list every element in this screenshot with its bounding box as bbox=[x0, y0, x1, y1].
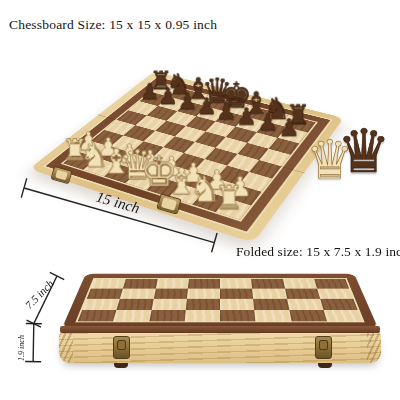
folded-square bbox=[187, 288, 220, 298]
folded-square bbox=[123, 279, 157, 289]
folded-square bbox=[188, 279, 220, 289]
folded-square bbox=[253, 299, 289, 310]
folded-square bbox=[287, 299, 324, 310]
folded-square bbox=[220, 279, 252, 289]
folded-square bbox=[323, 310, 362, 322]
folded-board-top bbox=[62, 274, 378, 328]
folded-board-side bbox=[59, 333, 381, 363]
folded-square bbox=[184, 310, 220, 322]
folded-square bbox=[220, 299, 254, 310]
folded-square bbox=[113, 310, 151, 322]
folded-square bbox=[186, 299, 220, 310]
folded-square bbox=[151, 299, 187, 310]
folded-square bbox=[117, 299, 154, 310]
board-foot bbox=[318, 363, 332, 368]
folded-square bbox=[120, 288, 155, 298]
folded-square bbox=[283, 279, 317, 289]
folded-square bbox=[87, 288, 123, 298]
chess-set-product-photo: Chessboard Size: 15 x 15 x 0.95 inch ♜♞♝… bbox=[0, 0, 400, 400]
folded-walnut-border bbox=[62, 274, 378, 328]
folded-square bbox=[317, 288, 353, 298]
folded-square bbox=[82, 299, 120, 310]
folded-square bbox=[78, 310, 117, 322]
folded-square bbox=[254, 310, 291, 322]
folded-square bbox=[153, 288, 187, 298]
folded-square bbox=[251, 279, 284, 289]
folded-board-rim bbox=[60, 326, 380, 333]
folded-square bbox=[220, 310, 256, 322]
folded-square bbox=[91, 279, 126, 289]
folded-square bbox=[289, 310, 327, 322]
folded-square bbox=[314, 279, 349, 289]
folded-square bbox=[220, 288, 253, 298]
folded-square bbox=[320, 299, 358, 310]
folded-square bbox=[252, 288, 286, 298]
folded-square bbox=[155, 279, 188, 289]
board-foot bbox=[114, 363, 128, 368]
folded-checkerboard bbox=[75, 278, 364, 323]
brass-latch-icon bbox=[113, 336, 130, 359]
folded-square bbox=[149, 310, 186, 322]
brass-latch-icon bbox=[315, 336, 332, 359]
folded-board-scene bbox=[0, 0, 400, 400]
folded-square bbox=[285, 288, 320, 298]
